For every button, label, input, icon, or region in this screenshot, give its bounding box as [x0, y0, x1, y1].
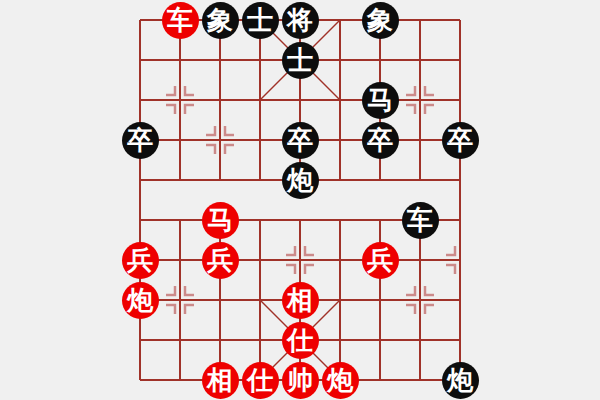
piece-red-elephant[interactable]: 相	[202, 362, 239, 399]
piece-red-chariot[interactable]: 车	[162, 2, 199, 39]
piece-black-soldier[interactable]: 卒	[442, 122, 479, 159]
piece-red-soldier[interactable]: 兵	[202, 242, 239, 279]
piece-black-horse[interactable]: 马	[362, 82, 399, 119]
piece-red-elephant[interactable]: 相	[282, 282, 319, 319]
piece-red-advisor[interactable]: 仕	[242, 362, 279, 399]
piece-red-cannon[interactable]: 炮	[322, 362, 359, 399]
piece-red-advisor[interactable]: 仕	[282, 322, 319, 359]
piece-black-soldier[interactable]: 卒	[122, 122, 159, 159]
piece-black-advisor[interactable]: 士	[242, 2, 279, 39]
piece-black-cannon[interactable]: 炮	[442, 362, 479, 399]
piece-black-advisor[interactable]: 士	[282, 42, 319, 79]
piece-red-soldier[interactable]: 兵	[362, 242, 399, 279]
xiangqi-screen: 车象士将象士马卒卒卒卒炮马车兵兵兵炮相仕相仕帅炮炮	[0, 0, 600, 400]
pieces-layer: 车象士将象士马卒卒卒卒炮马车兵兵兵炮相仕相仕帅炮炮	[120, 0, 480, 400]
piece-red-cannon[interactable]: 炮	[122, 282, 159, 319]
piece-black-soldier[interactable]: 卒	[362, 122, 399, 159]
piece-red-soldier[interactable]: 兵	[122, 242, 159, 279]
piece-black-chariot[interactable]: 车	[402, 202, 439, 239]
piece-black-soldier[interactable]: 卒	[282, 122, 319, 159]
piece-red-general[interactable]: 帅	[282, 362, 319, 399]
xiangqi-board[interactable]: 车象士将象士马卒卒卒卒炮马车兵兵兵炮相仕相仕帅炮炮	[0, 0, 600, 400]
piece-black-elephant[interactable]: 象	[202, 2, 239, 39]
piece-black-general[interactable]: 将	[282, 2, 319, 39]
piece-red-horse[interactable]: 马	[202, 202, 239, 239]
piece-black-cannon[interactable]: 炮	[282, 162, 319, 199]
piece-black-elephant[interactable]: 象	[362, 2, 399, 39]
